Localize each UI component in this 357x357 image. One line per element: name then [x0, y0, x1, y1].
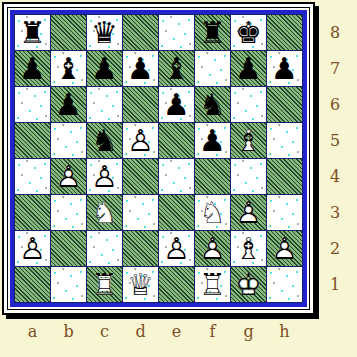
file-label-f: f — [195, 319, 230, 343]
square-g4[interactable] — [231, 159, 266, 194]
rank-label-3: 3 — [319, 195, 351, 230]
piece-outline-layer: ♗ — [231, 231, 266, 266]
square-f3[interactable]: ♞♘ — [195, 195, 230, 230]
square-b4[interactable]: ♟♙ — [51, 159, 86, 194]
square-c6[interactable] — [87, 87, 122, 122]
square-d8[interactable] — [123, 15, 158, 50]
square-c4[interactable]: ♟♙ — [87, 159, 122, 194]
square-g7[interactable]: ♟ — [231, 51, 266, 86]
square-b7[interactable]: ♝ — [51, 51, 86, 86]
piece-white-queen[interactable]: ♛♕ — [123, 267, 158, 302]
board-frame-white-gap: ♜♛♜♚♟♝♟♟♝♟♟♟♟♞♞♟♙♟♝♗♟♙♟♙♞♘♞♘♟♙♟♙♟♙♟♙♝♗♟♙… — [4, 4, 313, 313]
square-h4[interactable] — [267, 159, 302, 194]
file-label-h: h — [267, 319, 302, 343]
square-a3[interactable] — [15, 195, 50, 230]
rank-labels: 87654321 — [319, 15, 351, 304]
rank-label-7: 7 — [319, 51, 351, 86]
square-a6[interactable] — [15, 87, 50, 122]
square-b8[interactable] — [51, 15, 86, 50]
piece-black-pawn[interactable]: ♟ — [267, 51, 302, 86]
piece-outline-layer: ♙ — [15, 231, 50, 266]
square-h7[interactable]: ♟ — [267, 51, 302, 86]
file-labels: abcdefgh — [15, 319, 304, 343]
square-f2[interactable]: ♟♙ — [195, 231, 230, 266]
square-b3[interactable] — [51, 195, 86, 230]
chess-board: ♜♛♜♚♟♝♟♟♝♟♟♟♟♞♞♟♙♟♝♗♟♙♟♙♞♘♞♘♟♙♟♙♟♙♟♙♝♗♟♙… — [14, 14, 303, 303]
piece-outline-layer: ♖ — [87, 267, 122, 302]
piece-outline-layer: ♗ — [231, 123, 266, 158]
piece-white-rook[interactable]: ♜♖ — [195, 267, 230, 302]
piece-outline-layer: ♔ — [231, 267, 266, 302]
piece-black-pawn[interactable]: ♟ — [231, 51, 266, 86]
square-a1[interactable] — [15, 267, 50, 302]
piece-white-pawn[interactable]: ♟♙ — [267, 231, 302, 266]
file-label-g: g — [231, 319, 266, 343]
square-f5[interactable]: ♟ — [195, 123, 230, 158]
piece-black-pawn[interactable]: ♟ — [123, 51, 158, 86]
square-a2[interactable]: ♟♙ — [15, 231, 50, 266]
square-b2[interactable] — [51, 231, 86, 266]
square-b5[interactable] — [51, 123, 86, 158]
square-d3[interactable] — [123, 195, 158, 230]
piece-black-knight[interactable]: ♞ — [195, 87, 230, 122]
square-f8[interactable]: ♜ — [195, 15, 230, 50]
square-a4[interactable] — [15, 159, 50, 194]
piece-black-pawn[interactable]: ♟ — [15, 51, 50, 86]
square-g3[interactable]: ♟♙ — [231, 195, 266, 230]
file-label-e: e — [159, 319, 194, 343]
square-h5[interactable] — [267, 123, 302, 158]
piece-black-knight[interactable]: ♞ — [87, 123, 122, 158]
piece-white-knight[interactable]: ♞♘ — [195, 195, 230, 230]
piece-white-pawn[interactable]: ♟♙ — [159, 231, 194, 266]
piece-black-pawn[interactable]: ♟ — [87, 51, 122, 86]
piece-black-bishop[interactable]: ♝ — [159, 51, 194, 86]
piece-white-king[interactable]: ♚♔ — [231, 267, 266, 302]
piece-white-bishop[interactable]: ♝♗ — [231, 123, 266, 158]
square-g8[interactable]: ♚ — [231, 15, 266, 50]
board-frame-black-line: ♜♛♜♚♟♝♟♟♝♟♟♟♟♞♞♟♙♟♝♗♟♙♟♙♞♘♞♘♟♙♟♙♟♙♟♙♝♗♟♙… — [7, 7, 310, 310]
piece-white-bishop[interactable]: ♝♗ — [231, 231, 266, 266]
square-a7[interactable]: ♟ — [15, 51, 50, 86]
rank-label-1: 1 — [319, 267, 351, 302]
square-d4[interactable] — [123, 159, 158, 194]
board-frame-blue-border: ♜♛♜♚♟♝♟♟♝♟♟♟♟♞♞♟♙♟♝♗♟♙♟♙♞♘♞♘♟♙♟♙♟♙♟♙♝♗♟♙… — [10, 10, 307, 307]
piece-outline-layer: ♕ — [123, 267, 158, 302]
piece-outline-layer: ♘ — [87, 195, 122, 230]
piece-outline-layer: ♘ — [195, 195, 230, 230]
piece-outline-layer: ♙ — [231, 195, 266, 230]
file-label-b: b — [51, 319, 86, 343]
piece-white-pawn[interactable]: ♟♙ — [51, 159, 86, 194]
piece-white-rook[interactable]: ♜♖ — [87, 267, 122, 302]
square-c5[interactable]: ♞ — [87, 123, 122, 158]
rank-label-5: 5 — [319, 123, 351, 158]
file-label-c: c — [87, 319, 122, 343]
square-g6[interactable] — [231, 87, 266, 122]
board-frame-inner-white-gap: ♜♛♜♚♟♝♟♟♝♟♟♟♟♞♞♟♙♟♝♗♟♙♟♙♞♘♞♘♟♙♟♙♟♙♟♙♝♗♟♙… — [8, 8, 309, 309]
piece-black-pawn[interactable]: ♟ — [159, 87, 194, 122]
square-f1[interactable]: ♜♖ — [195, 267, 230, 302]
piece-outline-layer: ♙ — [159, 231, 194, 266]
square-d6[interactable] — [123, 87, 158, 122]
square-f6[interactable]: ♞ — [195, 87, 230, 122]
square-d5[interactable]: ♟♙ — [123, 123, 158, 158]
square-d2[interactable] — [123, 231, 158, 266]
square-a8[interactable]: ♜ — [15, 15, 50, 50]
square-d7[interactable]: ♟ — [123, 51, 158, 86]
square-c2[interactable] — [87, 231, 122, 266]
file-label-d: d — [123, 319, 158, 343]
square-b6[interactable]: ♟ — [51, 87, 86, 122]
square-f7[interactable] — [195, 51, 230, 86]
square-h1[interactable] — [267, 267, 302, 302]
rank-label-6: 6 — [319, 87, 351, 122]
piece-outline-layer: ♙ — [267, 231, 302, 266]
square-f4[interactable] — [195, 159, 230, 194]
rank-label-8: 8 — [319, 15, 351, 50]
square-h8[interactable] — [267, 15, 302, 50]
square-e1[interactable] — [159, 267, 194, 302]
piece-outline-layer: ♙ — [51, 159, 86, 194]
piece-white-pawn[interactable]: ♟♙ — [231, 195, 266, 230]
square-e8[interactable] — [159, 15, 194, 50]
square-h2[interactable]: ♟♙ — [267, 231, 302, 266]
piece-black-king[interactable]: ♚ — [231, 15, 266, 50]
piece-white-knight[interactable]: ♞♘ — [87, 195, 122, 230]
square-b1[interactable] — [51, 267, 86, 302]
piece-white-pawn[interactable]: ♟♙ — [15, 231, 50, 266]
piece-outline-layer: ♙ — [195, 231, 230, 266]
piece-black-pawn[interactable]: ♟ — [51, 87, 86, 122]
piece-outline-layer: ♙ — [123, 123, 158, 158]
piece-white-pawn[interactable]: ♟♙ — [87, 159, 122, 194]
piece-black-rook[interactable]: ♜ — [195, 15, 230, 50]
file-label-a: a — [15, 319, 50, 343]
square-e7[interactable]: ♝ — [159, 51, 194, 86]
square-g1[interactable]: ♚♔ — [231, 267, 266, 302]
piece-black-queen[interactable]: ♛ — [87, 15, 122, 50]
square-h3[interactable] — [267, 195, 302, 230]
chessboard-screen: ♜♛♜♚♟♝♟♟♝♟♟♟♟♞♞♟♙♟♝♗♟♙♟♙♞♘♞♘♟♙♟♙♟♙♟♙♝♗♟♙… — [0, 0, 357, 357]
square-e6[interactable]: ♟ — [159, 87, 194, 122]
square-g2[interactable]: ♝♗ — [231, 231, 266, 266]
piece-outline-layer: ♖ — [195, 267, 230, 302]
square-e3[interactable] — [159, 195, 194, 230]
square-c1[interactable]: ♜♖ — [87, 267, 122, 302]
piece-black-rook[interactable]: ♜ — [15, 15, 50, 50]
piece-black-pawn[interactable]: ♟ — [195, 123, 230, 158]
piece-white-pawn[interactable]: ♟♙ — [195, 231, 230, 266]
rank-label-2: 2 — [319, 231, 351, 266]
board-outer-frame: ♜♛♜♚♟♝♟♟♝♟♟♟♟♞♞♟♙♟♝♗♟♙♟♙♞♘♞♘♟♙♟♙♟♙♟♙♝♗♟♙… — [2, 2, 315, 315]
square-h6[interactable] — [267, 87, 302, 122]
square-c8[interactable]: ♛ — [87, 15, 122, 50]
square-a5[interactable] — [15, 123, 50, 158]
square-c7[interactable]: ♟ — [87, 51, 122, 86]
piece-outline-layer: ♙ — [87, 159, 122, 194]
square-e5[interactable] — [159, 123, 194, 158]
square-c3[interactable]: ♞♘ — [87, 195, 122, 230]
square-d1[interactable]: ♛♕ — [123, 267, 158, 302]
piece-black-bishop[interactable]: ♝ — [51, 51, 86, 86]
square-e4[interactable] — [159, 159, 194, 194]
rank-label-4: 4 — [319, 159, 351, 194]
square-e2[interactable]: ♟♙ — [159, 231, 194, 266]
square-g5[interactable]: ♝♗ — [231, 123, 266, 158]
piece-white-pawn[interactable]: ♟♙ — [123, 123, 158, 158]
